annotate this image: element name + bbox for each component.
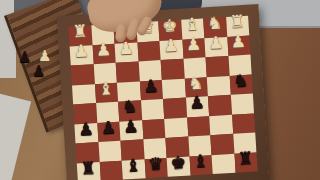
square-e7[interactable] xyxy=(165,137,189,158)
square-b4[interactable]: ♝ xyxy=(94,82,118,103)
square-h3[interactable] xyxy=(228,55,252,76)
square-a8[interactable]: ♜ xyxy=(77,162,101,180)
square-b8[interactable] xyxy=(99,160,123,180)
square-g7[interactable] xyxy=(210,134,234,155)
square-a5[interactable] xyxy=(73,103,97,124)
square-h5[interactable] xyxy=(230,94,254,115)
square-f3[interactable] xyxy=(183,57,207,78)
square-a1[interactable]: ♜ xyxy=(68,25,92,46)
square-c4[interactable] xyxy=(117,81,141,102)
square-d2[interactable] xyxy=(137,41,161,62)
square-b5[interactable] xyxy=(96,102,120,123)
board-frame: ♜♛♚♝♞♜♟♟♟♟♟♟♟♝♟♞♞♞♟♟♟♟♜♝♛♚♝♜ xyxy=(57,4,269,180)
captured-piece-bP: ♟ xyxy=(32,64,45,79)
square-d3[interactable] xyxy=(138,60,162,81)
square-f8[interactable]: ♝ xyxy=(189,155,213,176)
square-e4[interactable] xyxy=(162,78,186,99)
square-c8[interactable]: ♝ xyxy=(122,159,146,180)
square-f7[interactable] xyxy=(188,135,212,156)
square-b6[interactable]: ♟ xyxy=(97,121,121,142)
square-g3[interactable] xyxy=(206,56,230,77)
square-a4[interactable] xyxy=(72,84,96,105)
piece-wR[interactable]: ♜ xyxy=(68,21,92,42)
square-b2[interactable]: ♟ xyxy=(92,43,116,64)
square-d8[interactable]: ♛ xyxy=(144,157,168,178)
square-g5[interactable] xyxy=(208,95,232,116)
photo-stage: ♟♟♟ ♜♛♚♝♞♜♟♟♟♟♟♟♟♝♟♞♞♞♟♟♟♟♜♝♛♚♝♜ xyxy=(0,0,320,180)
square-c5[interactable]: ♞ xyxy=(118,100,142,121)
square-e8[interactable]: ♚ xyxy=(167,156,191,177)
chess-board[interactable]: ♜♛♚♝♞♜♟♟♟♟♟♟♟♝♟♞♞♞♟♟♟♟♜♝♛♚♝♜ xyxy=(68,16,257,180)
square-g1[interactable]: ♞ xyxy=(203,17,227,38)
square-f2[interactable]: ♟ xyxy=(182,38,206,59)
square-g6[interactable] xyxy=(209,114,233,135)
square-e3[interactable] xyxy=(161,59,185,80)
square-c2[interactable]: ♟ xyxy=(115,42,139,63)
square-e1[interactable]: ♚ xyxy=(158,20,182,41)
square-a2[interactable]: ♟ xyxy=(70,45,94,66)
square-d6[interactable] xyxy=(142,118,166,139)
square-g4[interactable] xyxy=(207,75,231,96)
square-f6[interactable] xyxy=(187,116,211,137)
floor-corner-bottom-left xyxy=(0,93,31,180)
square-e5[interactable] xyxy=(163,98,187,119)
square-b7[interactable] xyxy=(98,141,122,162)
piece-wN[interactable]: ♞ xyxy=(203,13,227,34)
square-a6[interactable]: ♟ xyxy=(74,123,98,144)
square-e6[interactable] xyxy=(164,117,188,138)
square-f5[interactable]: ♟ xyxy=(185,96,209,117)
square-h1[interactable]: ♜ xyxy=(226,16,250,37)
square-d7[interactable] xyxy=(143,138,167,159)
square-c3[interactable] xyxy=(116,61,140,82)
square-g2[interactable]: ♟ xyxy=(204,36,228,57)
square-h2[interactable]: ♟ xyxy=(227,35,251,56)
piece-wB[interactable]: ♝ xyxy=(180,14,204,35)
square-c7[interactable] xyxy=(120,139,144,160)
piece-wR[interactable]: ♜ xyxy=(225,12,249,33)
square-e2[interactable]: ♟ xyxy=(159,39,183,60)
square-d5[interactable] xyxy=(141,99,165,120)
square-h6[interactable] xyxy=(232,113,256,134)
square-a7[interactable] xyxy=(76,142,100,163)
square-a3[interactable] xyxy=(71,64,95,85)
square-c6[interactable]: ♟ xyxy=(119,120,143,141)
piece-wK[interactable]: ♚ xyxy=(158,16,182,37)
square-h8[interactable]: ♜ xyxy=(234,152,258,173)
square-f1[interactable]: ♝ xyxy=(181,18,205,39)
square-h4[interactable]: ♞ xyxy=(229,74,253,95)
square-h7[interactable] xyxy=(233,132,257,153)
square-b3[interactable] xyxy=(93,63,117,84)
square-d4[interactable]: ♟ xyxy=(139,80,163,101)
square-g8[interactable] xyxy=(211,153,235,174)
captured-piece-bP: ♟ xyxy=(18,50,31,65)
square-f4[interactable]: ♞ xyxy=(184,77,208,98)
